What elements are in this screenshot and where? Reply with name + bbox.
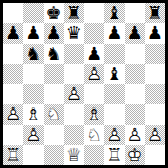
square-f6[interactable] bbox=[104, 44, 124, 64]
square-h5[interactable] bbox=[145, 64, 165, 84]
chess-board: ♚♜♝♜♟♟♟♛♟♟♟♞♞♟♟♙♝♟♙♟♙♝♗♞♘♝♗♟♙♞♘♟♙♟♙♟♙♜♖♛… bbox=[3, 3, 165, 165]
square-g3[interactable] bbox=[125, 104, 145, 124]
square-c6[interactable]: ♞ bbox=[44, 44, 64, 64]
square-d7[interactable]: ♛ bbox=[64, 23, 84, 43]
white-rook-icon: ♖ bbox=[3, 145, 23, 165]
black-pawn-icon: ♟ bbox=[44, 23, 64, 43]
white-pawn-icon: ♙ bbox=[145, 125, 165, 145]
white-pawn-icon: ♙ bbox=[125, 125, 145, 145]
black-pawn-icon: ♟ bbox=[84, 44, 104, 64]
square-e2[interactable]: ♞♘ bbox=[84, 125, 104, 145]
square-a7[interactable]: ♟ bbox=[3, 23, 23, 43]
square-b8[interactable] bbox=[23, 3, 43, 23]
square-d3[interactable] bbox=[64, 104, 84, 124]
square-a3[interactable]: ♟♙ bbox=[3, 104, 23, 124]
square-c4[interactable] bbox=[44, 84, 64, 104]
black-knight-icon: ♞ bbox=[44, 44, 64, 64]
square-h4[interactable] bbox=[145, 84, 165, 104]
square-b1[interactable] bbox=[23, 145, 43, 165]
white-pawn-icon: ♙ bbox=[104, 125, 124, 145]
white-pawn-icon: ♙ bbox=[23, 125, 43, 145]
square-f8[interactable]: ♝ bbox=[104, 3, 124, 23]
square-h3[interactable] bbox=[145, 104, 165, 124]
black-pawn-icon: ♟ bbox=[3, 23, 23, 43]
square-a6[interactable] bbox=[3, 44, 23, 64]
square-e7[interactable] bbox=[84, 23, 104, 43]
black-pawn-icon: ♟ bbox=[23, 23, 43, 43]
black-pawn-icon: ♟ bbox=[125, 23, 145, 43]
square-h7[interactable]: ♟ bbox=[145, 23, 165, 43]
black-queen-icon: ♛ bbox=[64, 23, 84, 43]
white-king-icon: ♔ bbox=[125, 145, 145, 165]
square-h8[interactable]: ♜ bbox=[145, 3, 165, 23]
white-knight-icon: ♘ bbox=[44, 104, 64, 124]
square-e4[interactable] bbox=[84, 84, 104, 104]
square-f3[interactable] bbox=[104, 104, 124, 124]
square-g8[interactable] bbox=[125, 3, 145, 23]
square-d6[interactable] bbox=[64, 44, 84, 64]
white-queen-icon: ♕ bbox=[64, 145, 84, 165]
white-pawn-icon: ♙ bbox=[3, 104, 23, 124]
square-b4[interactable] bbox=[23, 84, 43, 104]
white-bishop-icon: ♗ bbox=[23, 104, 43, 124]
square-g4[interactable] bbox=[125, 84, 145, 104]
square-g1[interactable]: ♚♔ bbox=[125, 145, 145, 165]
square-c2[interactable] bbox=[44, 125, 64, 145]
square-a5[interactable] bbox=[3, 64, 23, 84]
square-e1[interactable] bbox=[84, 145, 104, 165]
square-c8[interactable]: ♚ bbox=[44, 3, 64, 23]
white-rook-icon: ♖ bbox=[104, 145, 124, 165]
square-e8[interactable] bbox=[84, 3, 104, 23]
square-b7[interactable]: ♟ bbox=[23, 23, 43, 43]
black-pawn-icon: ♟ bbox=[145, 23, 165, 43]
black-king-icon: ♚ bbox=[44, 3, 64, 23]
square-a1[interactable]: ♜♖ bbox=[3, 145, 23, 165]
square-g7[interactable]: ♟ bbox=[125, 23, 145, 43]
square-h1[interactable] bbox=[145, 145, 165, 165]
square-d4[interactable]: ♟♙ bbox=[64, 84, 84, 104]
square-b5[interactable] bbox=[23, 64, 43, 84]
white-bishop-icon: ♗ bbox=[84, 104, 104, 124]
square-d2[interactable] bbox=[64, 125, 84, 145]
chess-board-frame: ♚♜♝♜♟♟♟♛♟♟♟♞♞♟♟♙♝♟♙♟♙♝♗♞♘♝♗♟♙♞♘♟♙♟♙♟♙♜♖♛… bbox=[0, 0, 168, 168]
black-knight-icon: ♞ bbox=[23, 44, 43, 64]
square-b6[interactable]: ♞ bbox=[23, 44, 43, 64]
square-a8[interactable] bbox=[3, 3, 23, 23]
square-b3[interactable]: ♝♗ bbox=[23, 104, 43, 124]
black-rook-icon: ♜ bbox=[145, 3, 165, 23]
square-b2[interactable]: ♟♙ bbox=[23, 125, 43, 145]
black-rook-icon: ♜ bbox=[64, 3, 84, 23]
square-f1[interactable]: ♜♖ bbox=[104, 145, 124, 165]
white-pawn-icon: ♙ bbox=[84, 64, 104, 84]
square-e3[interactable]: ♝♗ bbox=[84, 104, 104, 124]
square-d8[interactable]: ♜ bbox=[64, 3, 84, 23]
square-d1[interactable]: ♛♕ bbox=[64, 145, 84, 165]
square-e5[interactable]: ♟♙ bbox=[84, 64, 104, 84]
square-c3[interactable]: ♞♘ bbox=[44, 104, 64, 124]
square-h2[interactable]: ♟♙ bbox=[145, 125, 165, 145]
square-g2[interactable]: ♟♙ bbox=[125, 125, 145, 145]
square-a2[interactable] bbox=[3, 125, 23, 145]
black-bishop-icon: ♝ bbox=[104, 3, 124, 23]
square-f7[interactable]: ♟ bbox=[104, 23, 124, 43]
black-bishop-icon: ♝ bbox=[104, 64, 124, 84]
square-g6[interactable] bbox=[125, 44, 145, 64]
square-f2[interactable]: ♟♙ bbox=[104, 125, 124, 145]
square-c7[interactable]: ♟ bbox=[44, 23, 64, 43]
square-c5[interactable] bbox=[44, 64, 64, 84]
white-knight-icon: ♘ bbox=[84, 125, 104, 145]
square-h6[interactable] bbox=[145, 44, 165, 64]
square-c1[interactable] bbox=[44, 145, 64, 165]
black-pawn-icon: ♟ bbox=[104, 23, 124, 43]
square-f5[interactable]: ♝ bbox=[104, 64, 124, 84]
square-e6[interactable]: ♟ bbox=[84, 44, 104, 64]
white-pawn-icon: ♙ bbox=[64, 84, 84, 104]
square-a4[interactable] bbox=[3, 84, 23, 104]
square-f4[interactable] bbox=[104, 84, 124, 104]
square-d5[interactable] bbox=[64, 64, 84, 84]
square-g5[interactable] bbox=[125, 64, 145, 84]
